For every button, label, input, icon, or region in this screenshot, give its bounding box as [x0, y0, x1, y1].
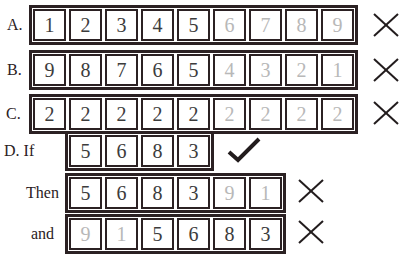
- digit-cell-a-5: 6: [213, 9, 246, 41]
- sequence-row-a: 123456789: [29, 5, 358, 45]
- digit-cell-d-if-1: 6: [105, 135, 138, 167]
- digit-cell-b-4: 5: [177, 54, 210, 86]
- digit-cell-c-7: 2: [285, 98, 318, 130]
- cross-mark-icon: [297, 219, 325, 245]
- sequence-row-c: 222222222: [29, 94, 358, 134]
- digit-cell-d-if-2: 8: [141, 135, 174, 167]
- digit-cell-d-and-1: 1: [105, 218, 138, 250]
- digit-cell-d-if-3: 3: [177, 135, 210, 167]
- sequence-row-d-then: 568391: [65, 173, 286, 213]
- digit-cell-c-5: 2: [213, 98, 246, 130]
- cross-mark-icon: [372, 12, 400, 38]
- sequence-row-b: 987654321: [29, 50, 358, 90]
- sequence-row-d-and: 915683: [65, 214, 286, 254]
- row-label-d-then: Then: [26, 173, 59, 213]
- row-label-d-and: and: [31, 214, 54, 254]
- row-label-d-if: D. If: [4, 131, 34, 171]
- digit-cell-a-3: 4: [141, 9, 174, 41]
- digit-cell-a-2: 3: [105, 9, 138, 41]
- digit-cell-b-1: 8: [69, 54, 102, 86]
- digit-cell-d-and-3: 6: [177, 218, 210, 250]
- row-label-c: C.: [6, 94, 21, 134]
- digit-cell-d-then-4: 9: [213, 177, 246, 209]
- digit-cell-c-4: 2: [177, 98, 210, 130]
- digit-cell-b-6: 3: [249, 54, 282, 86]
- digit-cell-a-6: 7: [249, 9, 282, 41]
- digit-cell-d-and-0: 9: [69, 218, 102, 250]
- digit-cell-d-and-5: 3: [249, 218, 282, 250]
- check-mark-icon: [225, 136, 263, 164]
- digit-cell-a-0: 1: [33, 9, 66, 41]
- digit-cell-b-7: 2: [285, 54, 318, 86]
- digit-cell-d-then-2: 8: [141, 177, 174, 209]
- cross-mark-icon: [372, 100, 400, 126]
- digit-cell-d-if-0: 5: [69, 135, 102, 167]
- digit-cell-a-1: 2: [69, 9, 102, 41]
- digit-cell-b-3: 6: [141, 54, 174, 86]
- row-label-a: A.: [7, 5, 23, 45]
- digit-cell-d-then-5: 1: [249, 177, 282, 209]
- digit-cell-d-and-2: 5: [141, 218, 174, 250]
- digit-cell-c-3: 2: [141, 98, 174, 130]
- digit-cell-c-0: 2: [33, 98, 66, 130]
- row-label-b: B.: [7, 50, 22, 90]
- digit-cell-b-5: 4: [213, 54, 246, 86]
- digit-cell-b-8: 1: [321, 54, 354, 86]
- cross-mark-icon: [297, 178, 325, 204]
- digit-cell-d-and-4: 8: [213, 218, 246, 250]
- digit-cell-b-2: 7: [105, 54, 138, 86]
- sequence-row-d-if: 5683: [65, 131, 214, 171]
- digit-cell-b-0: 9: [33, 54, 66, 86]
- digit-cell-d-then-0: 5: [69, 177, 102, 209]
- digit-cell-a-4: 5: [177, 9, 210, 41]
- digit-cell-c-2: 2: [105, 98, 138, 130]
- digit-cell-d-then-1: 6: [105, 177, 138, 209]
- digit-cell-c-1: 2: [69, 98, 102, 130]
- digit-cell-d-then-3: 3: [177, 177, 210, 209]
- digit-cell-c-6: 2: [249, 98, 282, 130]
- cross-mark-icon: [372, 57, 400, 83]
- digit-cell-a-8: 9: [321, 9, 354, 41]
- digit-cell-c-8: 2: [321, 98, 354, 130]
- digit-sequence-figure: A.123456789B.987654321C.222222222D. If56…: [0, 0, 409, 254]
- digit-cell-a-7: 8: [285, 9, 318, 41]
